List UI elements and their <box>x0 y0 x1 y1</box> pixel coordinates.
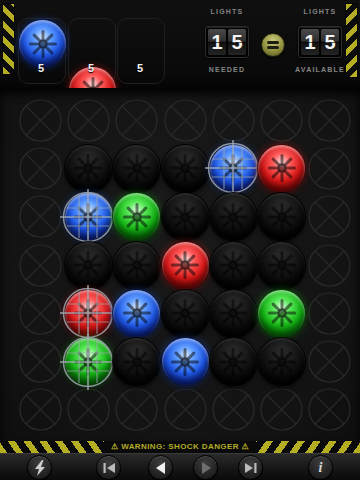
light-off[interactable] <box>210 338 257 385</box>
skip-to-start-button[interactable] <box>96 455 121 480</box>
back-arrow-icon <box>150 457 172 479</box>
empty-socket <box>306 241 354 289</box>
step-back-button[interactable] <box>148 455 173 480</box>
bottom-toolbar: i <box>0 453 360 480</box>
needed-digit-2: 5 <box>228 29 246 55</box>
light-green[interactable] <box>65 338 112 385</box>
empty-socket <box>306 144 354 192</box>
skip-forward-icon <box>240 457 262 479</box>
light-off[interactable] <box>258 193 305 240</box>
available-label: AVAILABLE <box>285 66 355 73</box>
empty-socket <box>257 386 305 434</box>
warning-bar: ⚠ WARNING: SHOCK DANGER ⚠ <box>0 441 360 453</box>
light-blue[interactable] <box>162 338 209 385</box>
empty-socket <box>209 386 257 434</box>
palette-slot-green <box>117 18 165 84</box>
shock-tool-button[interactable] <box>27 455 52 480</box>
empty-socket <box>16 386 64 434</box>
empty-socket <box>16 337 64 385</box>
empty-socket <box>16 96 64 144</box>
available-digit-1: 1 <box>301 29 319 55</box>
light-red[interactable] <box>65 290 112 337</box>
app-screen: 5 5 5 LIGHTS 1 5 NEEDED LIGHTS 1 5 AVAIL… <box>0 0 360 480</box>
light-off[interactable] <box>258 242 305 289</box>
warning-stripes-left <box>0 441 104 453</box>
forward-arrow-icon <box>195 457 217 479</box>
skip-back-icon <box>98 457 120 479</box>
empty-socket <box>64 386 112 434</box>
light-red[interactable] <box>162 242 209 289</box>
palette-blue-light[interactable] <box>19 20 66 67</box>
available-counter: 1 5 <box>298 26 342 58</box>
light-green[interactable] <box>113 193 160 240</box>
empty-socket <box>16 241 64 289</box>
available-lights-label: LIGHTS <box>285 8 355 15</box>
warning-stripes-right <box>256 441 360 453</box>
light-off[interactable] <box>210 290 257 337</box>
warning-text: ⚠ WARNING: SHOCK DANGER ⚠ <box>104 441 256 453</box>
light-off[interactable] <box>65 242 112 289</box>
light-off[interactable] <box>113 338 160 385</box>
board-grid <box>16 96 354 434</box>
light-red[interactable] <box>258 145 305 192</box>
skip-to-end-button[interactable] <box>238 455 263 480</box>
light-off[interactable] <box>113 145 160 192</box>
light-blue[interactable] <box>210 145 257 192</box>
empty-socket <box>113 96 161 144</box>
needed-lights-label: LIGHTS <box>192 8 262 15</box>
empty-socket <box>16 289 64 337</box>
red-count: 5 <box>68 62 114 74</box>
light-blue[interactable] <box>65 193 112 240</box>
light-off[interactable] <box>162 145 209 192</box>
top-panel: 5 5 5 LIGHTS 1 5 NEEDED LIGHTS 1 5 AVAIL… <box>0 0 360 88</box>
empty-socket <box>306 193 354 241</box>
light-off[interactable] <box>65 145 112 192</box>
empty-socket <box>209 96 257 144</box>
info-button[interactable]: i <box>308 455 333 480</box>
light-off[interactable] <box>210 193 257 240</box>
empty-socket <box>306 337 354 385</box>
lightning-icon <box>29 457 51 479</box>
empty-socket <box>161 386 209 434</box>
light-off[interactable] <box>210 242 257 289</box>
game-board <box>0 88 360 443</box>
light-off[interactable] <box>162 290 209 337</box>
hazard-stripe-left <box>2 3 15 75</box>
step-forward-button[interactable] <box>193 455 218 480</box>
equals-icon <box>261 33 285 57</box>
light-off[interactable] <box>113 242 160 289</box>
empty-socket <box>16 144 64 192</box>
blue-count: 5 <box>18 62 64 74</box>
light-off[interactable] <box>258 338 305 385</box>
empty-socket <box>16 193 64 241</box>
empty-socket <box>306 289 354 337</box>
empty-socket <box>64 96 112 144</box>
empty-socket <box>306 386 354 434</box>
light-green[interactable] <box>258 290 305 337</box>
needed-counter: 1 5 <box>205 26 249 58</box>
empty-socket <box>257 96 305 144</box>
empty-socket <box>113 386 161 434</box>
needed-digit-1: 1 <box>208 29 226 55</box>
available-digit-2: 5 <box>321 29 339 55</box>
green-count: 5 <box>117 62 163 74</box>
light-off[interactable] <box>162 193 209 240</box>
empty-socket <box>161 96 209 144</box>
light-blue[interactable] <box>113 290 160 337</box>
info-icon: i <box>319 461 323 475</box>
needed-label: NEEDED <box>192 66 262 73</box>
empty-socket <box>306 96 354 144</box>
